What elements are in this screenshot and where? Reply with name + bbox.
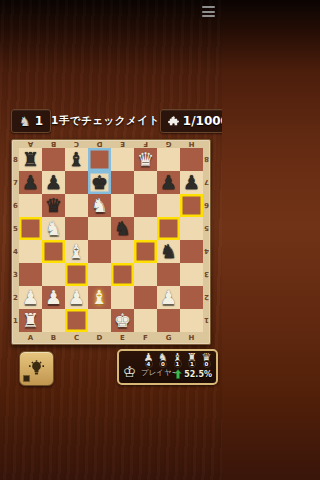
- rank-label-left-3: 3: [12, 263, 19, 286]
- puzzle-progress-value: 1/1000: [183, 115, 222, 127]
- square-g4[interactable]: ♞: [157, 240, 180, 263]
- square-a7[interactable]: ♟: [19, 171, 42, 194]
- rank-label-right-3: 3: [203, 263, 210, 286]
- board-frame-corner: [203, 332, 210, 344]
- rank-label-left-5: 5: [12, 217, 19, 240]
- captured-knight: ♞0: [158, 353, 169, 366]
- square-a3[interactable]: [19, 263, 42, 286]
- rank-label-left-8: 8: [12, 148, 19, 171]
- square-d4[interactable]: [88, 240, 111, 263]
- file-label-bottom-C: C: [65, 332, 88, 344]
- captured-queen: ♛0: [201, 353, 212, 366]
- level-value: 1: [35, 115, 43, 127]
- square-e6[interactable]: [111, 194, 134, 217]
- puzzle-title: 1手でチェックメイト: [51, 114, 160, 128]
- piece-white-pawn: ♟: [68, 286, 85, 309]
- rank-label-left-7: 7: [12, 171, 19, 194]
- piece-black-knight: ♞: [160, 240, 177, 263]
- rank-label-right-7: 7: [203, 171, 210, 194]
- square-f1[interactable]: [134, 309, 157, 332]
- board-frame-corner: [12, 140, 19, 148]
- square-g8[interactable]: [157, 148, 180, 171]
- square-f5[interactable]: [134, 217, 157, 240]
- square-d8[interactable]: [88, 148, 111, 171]
- piece-white-knight: ♞: [91, 194, 108, 217]
- file-label-top-A: A: [19, 140, 42, 148]
- square-a5[interactable]: [19, 217, 42, 240]
- rank-label-left-1: 1: [12, 309, 19, 332]
- square-c5[interactable]: [65, 217, 88, 240]
- square-c2[interactable]: ♟: [65, 286, 88, 309]
- rank-label-left-6: 6: [12, 194, 19, 217]
- piece-white-pawn: ♟: [45, 286, 62, 309]
- piece-black-pawn: ♟: [45, 171, 62, 194]
- square-f4[interactable]: [134, 240, 157, 263]
- piece-black-queen: ♛: [45, 194, 62, 217]
- board: ABCDEFGH8♜♝♛87♟♟♚♟♟76♛♞65♞♞54♝♞4332♟♟♟♝♟…: [11, 139, 211, 345]
- square-h4[interactable]: [180, 240, 203, 263]
- hint-button[interactable]: [19, 351, 54, 386]
- square-g1[interactable]: [157, 309, 180, 332]
- square-h1[interactable]: [180, 309, 203, 332]
- piece-black-knight: ♞: [114, 217, 131, 240]
- piece-white-rook: ♜: [22, 309, 39, 332]
- white-king-icon: ♔: [123, 365, 136, 380]
- square-e7[interactable]: [111, 171, 134, 194]
- file-label-bottom-D: D: [88, 332, 111, 344]
- piece-black-king: ♚: [91, 171, 108, 194]
- file-label-bottom-E: E: [111, 332, 134, 344]
- captured-pawn-count: 4: [145, 360, 153, 368]
- piece-black-pawn: ♟: [183, 171, 200, 194]
- square-b2[interactable]: ♟: [42, 286, 65, 309]
- square-b7[interactable]: ♟: [42, 171, 65, 194]
- rank-label-left-4: 4: [12, 240, 19, 263]
- square-d6[interactable]: ♞: [88, 194, 111, 217]
- hamburger-menu-icon[interactable]: [202, 6, 215, 17]
- square-e2[interactable]: [111, 286, 134, 309]
- square-d7[interactable]: ♚: [88, 171, 111, 194]
- file-label-top-C: C: [65, 140, 88, 148]
- square-e4[interactable]: [111, 240, 134, 263]
- square-d1[interactable]: [88, 309, 111, 332]
- square-c8[interactable]: ♝: [65, 148, 88, 171]
- file-label-top-G: G: [157, 140, 180, 148]
- puzzle-icon: [168, 116, 179, 127]
- square-a6[interactable]: [19, 194, 42, 217]
- file-label-bottom-H: H: [180, 332, 203, 344]
- trend-up-icon: [174, 369, 182, 379]
- piece-black-bishop: ♝: [68, 148, 85, 171]
- board-frame-corner: [12, 332, 19, 344]
- knight-icon: ♞: [19, 115, 31, 128]
- square-a8[interactable]: ♜: [19, 148, 42, 171]
- file-label-top-B: B: [42, 140, 65, 148]
- captured-pieces-row: ♟4♞0♝1♜1♛0: [143, 353, 212, 366]
- piece-black-rook: ♜: [22, 148, 39, 171]
- square-d5[interactable]: [88, 217, 111, 240]
- captured-bishop-count: 1: [174, 360, 182, 368]
- square-e1[interactable]: ♚: [111, 309, 134, 332]
- square-d2[interactable]: ♝: [88, 286, 111, 309]
- file-label-top-E: E: [111, 140, 134, 148]
- square-a4[interactable]: [19, 240, 42, 263]
- square-e3[interactable]: [111, 263, 134, 286]
- square-h7[interactable]: ♟: [180, 171, 203, 194]
- square-g5[interactable]: [157, 217, 180, 240]
- header-bar: ♞ 1 1手でチェックメイト 1/1000: [11, 108, 211, 134]
- square-b6[interactable]: ♛: [42, 194, 65, 217]
- file-label-top-D: D: [88, 140, 111, 148]
- square-b3[interactable]: [42, 263, 65, 286]
- level-badge: ♞ 1: [11, 109, 51, 133]
- square-h2[interactable]: [180, 286, 203, 309]
- square-f2[interactable]: [134, 286, 157, 309]
- square-c1[interactable]: [65, 309, 88, 332]
- square-c3[interactable]: [65, 263, 88, 286]
- square-f6[interactable]: [134, 194, 157, 217]
- piece-white-knight: ♞: [45, 217, 62, 240]
- player-panel[interactable]: ♔ プレイヤー ♟4♞0♝1♜1♛0 52.5%: [117, 349, 218, 385]
- captured-knight-count: 0: [159, 360, 167, 368]
- square-h8[interactable]: [180, 148, 203, 171]
- captured-rook-count: 1: [188, 360, 196, 368]
- square-b5[interactable]: ♞: [42, 217, 65, 240]
- square-e8[interactable]: [111, 148, 134, 171]
- piece-white-queen: ♛: [137, 148, 154, 171]
- rank-label-right-5: 5: [203, 217, 210, 240]
- piece-white-pawn: ♟: [22, 286, 39, 309]
- square-f3[interactable]: [134, 263, 157, 286]
- square-h6[interactable]: [180, 194, 203, 217]
- win-rate-value: 52.5%: [184, 370, 212, 379]
- captured-pawn: ♟4: [143, 353, 154, 366]
- piece-black-pawn: ♟: [22, 171, 39, 194]
- square-c4[interactable]: ♝: [65, 240, 88, 263]
- square-g7[interactable]: ♟: [157, 171, 180, 194]
- piece-white-bishop: ♝: [91, 286, 108, 309]
- square-a1[interactable]: ♜: [19, 309, 42, 332]
- square-c6[interactable]: [65, 194, 88, 217]
- piece-white-pawn: ♟: [160, 286, 177, 309]
- rank-label-right-1: 1: [203, 309, 210, 332]
- file-label-bottom-F: F: [134, 332, 157, 344]
- captured-bishop: ♝1: [172, 353, 183, 366]
- square-g6[interactable]: [157, 194, 180, 217]
- square-f8[interactable]: ♛: [134, 148, 157, 171]
- square-b1[interactable]: [42, 309, 65, 332]
- square-b8[interactable]: [42, 148, 65, 171]
- file-label-bottom-B: B: [42, 332, 65, 344]
- captured-queen-count: 0: [203, 360, 211, 368]
- square-a2[interactable]: ♟: [19, 286, 42, 309]
- file-label-top-F: F: [134, 140, 157, 148]
- rank-label-left-2: 2: [12, 286, 19, 309]
- square-b4[interactable]: [42, 240, 65, 263]
- square-g2[interactable]: ♟: [157, 286, 180, 309]
- win-rate: 52.5%: [174, 369, 212, 379]
- hint-ad-corner-icon: [23, 375, 30, 382]
- square-h5[interactable]: [180, 217, 203, 240]
- piece-white-bishop: ♝: [68, 240, 85, 263]
- rank-label-right-6: 6: [203, 194, 210, 217]
- file-label-bottom-G: G: [157, 332, 180, 344]
- rank-label-right-8: 8: [203, 148, 210, 171]
- square-f7[interactable]: [134, 171, 157, 194]
- square-g3[interactable]: [157, 263, 180, 286]
- rank-label-right-4: 4: [203, 240, 210, 263]
- file-label-bottom-A: A: [19, 332, 42, 344]
- square-e5[interactable]: ♞: [111, 217, 134, 240]
- app-background: { "game": "chess", "app": { "header": { …: [0, 0, 222, 480]
- piece-black-pawn: ♟: [160, 171, 177, 194]
- board-frame-corner: [203, 140, 210, 148]
- square-d3[interactable]: [88, 263, 111, 286]
- captured-rook: ♜1: [187, 353, 198, 366]
- piece-white-king: ♚: [114, 309, 131, 332]
- file-label-top-H: H: [180, 140, 203, 148]
- square-c7[interactable]: [65, 171, 88, 194]
- puzzle-progress-badge: 1/1000: [160, 109, 222, 133]
- rank-label-right-2: 2: [203, 286, 210, 309]
- square-h3[interactable]: [180, 263, 203, 286]
